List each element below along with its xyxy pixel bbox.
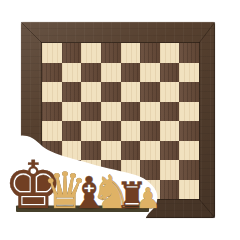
chess-board [21,22,215,218]
square-e6 [121,82,141,102]
square-f4 [140,121,160,141]
square-g3 [160,141,180,161]
miter-top-left [21,22,42,43]
square-c3 [81,141,101,161]
square-e1 [121,180,141,200]
square-b4 [62,121,82,141]
square-g7 [160,63,180,83]
square-a8 [42,43,62,63]
square-e5 [121,102,141,122]
square-d7 [101,63,121,83]
square-f2 [140,160,160,180]
square-e2 [121,160,141,180]
board-grid [42,43,199,199]
square-g5 [160,102,180,122]
square-h6 [179,82,199,102]
square-b6 [62,82,82,102]
square-g4 [160,121,180,141]
square-d2 [101,160,121,180]
playing-area [42,43,199,199]
miter-bottom-right [199,199,215,218]
square-a4 [42,121,62,141]
square-d8 [101,43,121,63]
square-g6 [160,82,180,102]
square-d3 [101,141,121,161]
square-b5 [62,102,82,122]
square-h5 [179,102,199,122]
square-h4 [179,121,199,141]
square-f7 [140,63,160,83]
square-c7 [81,63,101,83]
square-d5 [101,102,121,122]
square-f1 [140,180,160,200]
square-d4 [101,121,121,141]
square-f5 [140,102,160,122]
square-h1 [179,180,199,200]
square-a6 [42,82,62,102]
square-b2 [62,160,82,180]
square-b7 [62,63,82,83]
square-d6 [101,82,121,102]
square-d1 [101,180,121,200]
square-g2 [160,160,180,180]
square-c4 [81,121,101,141]
chess-set-product-photo: ♚♛♝♞♜♟ [0,0,240,240]
square-b1 [62,180,82,200]
square-g1 [160,180,180,200]
square-e8 [121,43,141,63]
square-a7 [42,63,62,83]
square-h7 [179,63,199,83]
square-h3 [179,141,199,161]
square-e4 [121,121,141,141]
square-h8 [179,43,199,63]
square-c6 [81,82,101,102]
square-e3 [121,141,141,161]
square-f8 [140,43,160,63]
square-c8 [81,43,101,63]
square-a2 [42,160,62,180]
square-a5 [42,102,62,122]
square-h2 [179,160,199,180]
square-a1 [42,180,62,200]
square-g8 [160,43,180,63]
square-c1 [81,180,101,200]
square-f3 [140,141,160,161]
square-f6 [140,82,160,102]
miter-top-right [199,22,215,43]
square-e7 [121,63,141,83]
square-b3 [62,141,82,161]
square-b8 [62,43,82,63]
miter-bottom-left [21,199,42,218]
square-c2 [81,160,101,180]
square-a3 [42,141,62,161]
square-c5 [81,102,101,122]
